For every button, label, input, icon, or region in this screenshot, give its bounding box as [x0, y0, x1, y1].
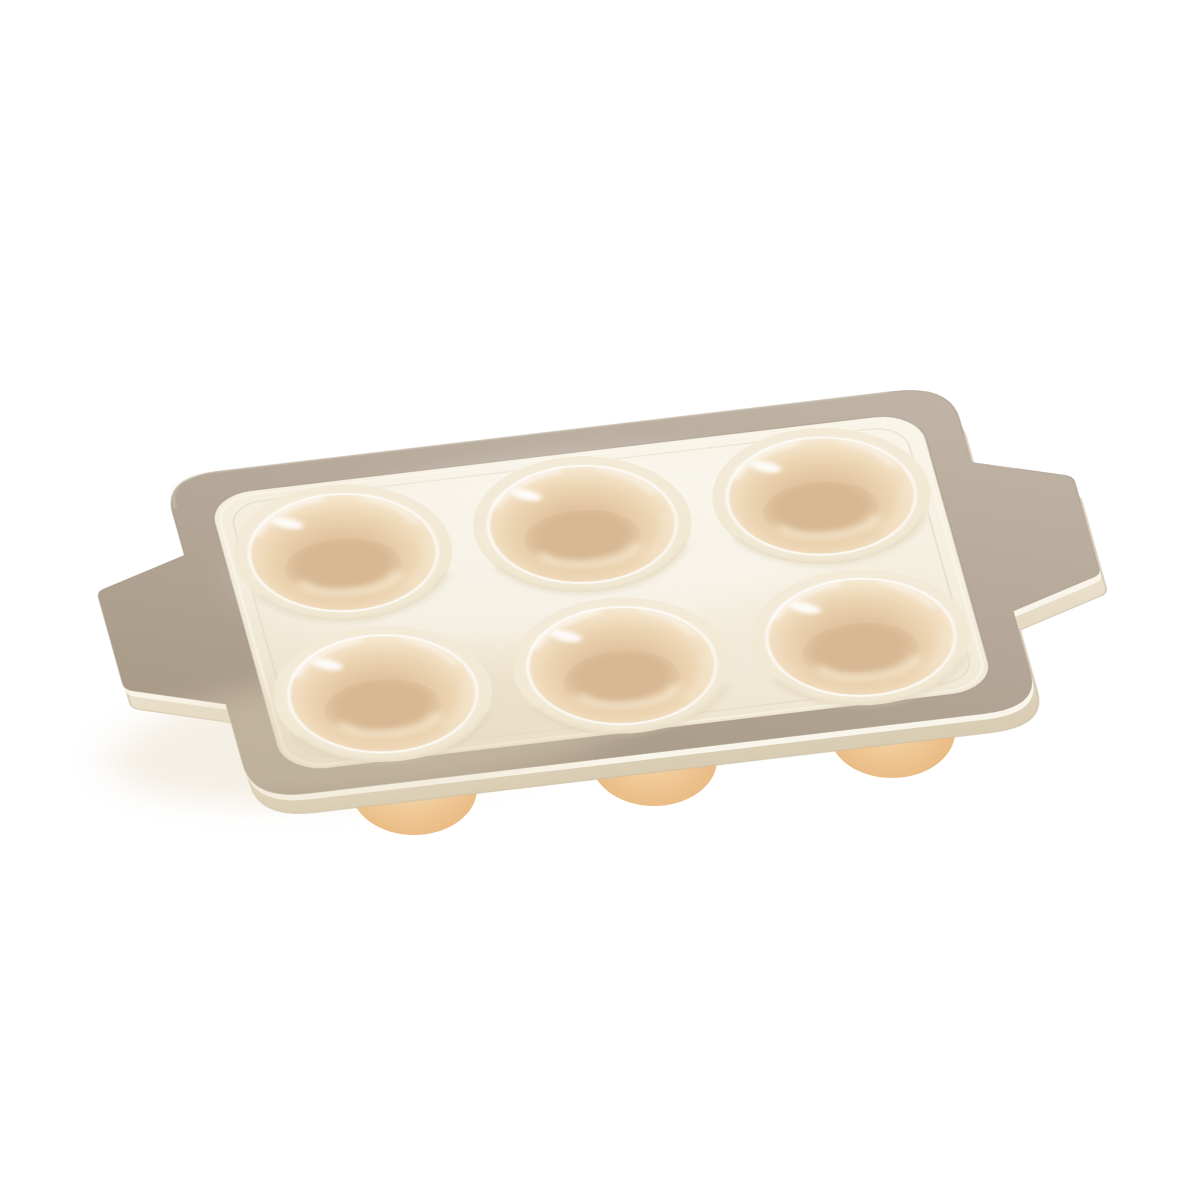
pan-top-face: [40, 357, 1173, 826]
product-photo-muffin-pan: Three-quarter overhead view of an empty …: [0, 0, 1200, 1200]
